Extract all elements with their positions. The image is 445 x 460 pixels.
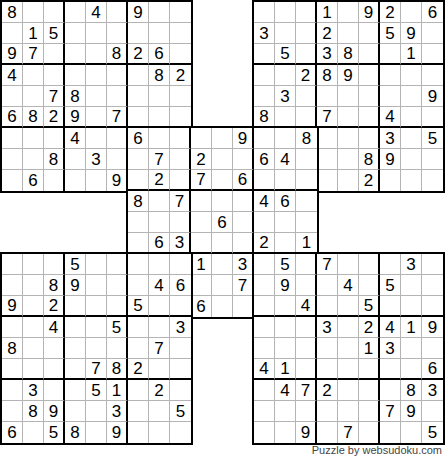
empty-cell [401, 359, 422, 380]
empty-cell [23, 359, 44, 380]
empty-cell [2, 275, 23, 296]
empty-cell [317, 149, 338, 170]
empty-cell [380, 254, 401, 275]
empty-cell [401, 296, 422, 317]
empty-cell [86, 128, 107, 149]
empty-cell [275, 212, 296, 233]
empty-cell [170, 380, 191, 401]
empty-cell [275, 401, 296, 422]
empty-cell [65, 296, 86, 317]
given-cell: 8 [128, 191, 149, 212]
empty-cell [254, 380, 275, 401]
given-cell: 3 [23, 380, 44, 401]
given-cell: 8 [44, 149, 65, 170]
given-cell: 9 [107, 170, 128, 191]
given-cell: 6 [275, 191, 296, 212]
given-cell: 2 [128, 44, 149, 65]
empty-cell [170, 422, 191, 443]
given-cell: 6 [191, 296, 212, 317]
empty-cell [65, 317, 86, 338]
empty-cell [338, 86, 359, 107]
given-cell: 8 [296, 128, 317, 149]
given-cell: 7 [149, 338, 170, 359]
given-cell: 3 [254, 23, 275, 44]
given-cell: 9 [338, 65, 359, 86]
given-cell: 2 [359, 170, 380, 191]
empty-cell [23, 65, 44, 86]
empty-cell [422, 107, 443, 128]
given-cell: 8 [107, 359, 128, 380]
given-cell: 3 [275, 86, 296, 107]
empty-cell [275, 170, 296, 191]
given-cell: 9 [422, 86, 443, 107]
given-cell: 5 [44, 422, 65, 443]
empty-cell [422, 254, 443, 275]
empty-cell [275, 107, 296, 128]
given-cell: 8 [65, 86, 86, 107]
given-cell: 9 [380, 149, 401, 170]
empty-cell [23, 254, 44, 275]
empty-cell [380, 44, 401, 65]
given-cell: 9 [2, 296, 23, 317]
empty-cell [2, 380, 23, 401]
empty-cell [296, 359, 317, 380]
empty-cell [86, 338, 107, 359]
empty-cell [86, 422, 107, 443]
empty-cell [317, 422, 338, 443]
empty-cell [317, 128, 338, 149]
empty-cell [2, 254, 23, 275]
empty-cell [23, 2, 44, 23]
given-cell: 3 [422, 380, 443, 401]
empty-cell [149, 317, 170, 338]
given-cell: 6 [170, 275, 191, 296]
given-cell: 9 [401, 23, 422, 44]
empty-cell [233, 191, 254, 212]
empty-cell [149, 191, 170, 212]
empty-cell [422, 23, 443, 44]
empty-cell [107, 254, 128, 275]
empty-cell [149, 2, 170, 23]
empty-cell [275, 65, 296, 86]
empty-cell [23, 128, 44, 149]
empty-cell [107, 65, 128, 86]
empty-cell [359, 359, 380, 380]
samurai-board: 8491597826482786829746837692192632595381… [0, 0, 445, 445]
given-cell: 8 [23, 107, 44, 128]
empty-cell [86, 296, 107, 317]
given-cell: 5 [44, 23, 65, 44]
empty-cell [44, 170, 65, 191]
empty-cell [65, 170, 86, 191]
empty-cell [191, 191, 212, 212]
empty-cell [275, 2, 296, 23]
empty-cell [170, 44, 191, 65]
empty-cell [296, 338, 317, 359]
empty-cell [380, 86, 401, 107]
given-cell: 3 [380, 128, 401, 149]
empty-cell [233, 296, 254, 317]
empty-cell [149, 86, 170, 107]
empty-cell [380, 170, 401, 191]
given-cell: 3 [170, 317, 191, 338]
empty-cell [401, 65, 422, 86]
empty-cell [359, 275, 380, 296]
empty-cell [254, 86, 275, 107]
given-cell: 7 [86, 359, 107, 380]
empty-cell [296, 107, 317, 128]
given-cell: 6 [149, 44, 170, 65]
empty-cell [296, 191, 317, 212]
empty-cell [2, 170, 23, 191]
empty-cell [128, 170, 149, 191]
empty-cell [44, 44, 65, 65]
empty-cell [254, 338, 275, 359]
empty-cell [149, 296, 170, 317]
given-cell: 1 [191, 254, 212, 275]
given-cell: 4 [275, 149, 296, 170]
empty-cell [338, 380, 359, 401]
empty-cell [2, 23, 23, 44]
given-cell: 9 [233, 128, 254, 149]
empty-cell [422, 275, 443, 296]
empty-cell [359, 86, 380, 107]
empty-cell [170, 359, 191, 380]
given-cell: 9 [359, 2, 380, 23]
given-cell: 5 [422, 128, 443, 149]
empty-cell [149, 254, 170, 275]
empty-cell [107, 296, 128, 317]
given-cell: 3 [86, 149, 107, 170]
empty-cell [359, 44, 380, 65]
empty-cell [23, 86, 44, 107]
empty-cell [317, 401, 338, 422]
given-cell: 3 [317, 44, 338, 65]
given-cell: 7 [233, 275, 254, 296]
empty-cell [86, 107, 107, 128]
empty-cell [338, 317, 359, 338]
given-cell: 6 [422, 359, 443, 380]
empty-cell [275, 23, 296, 44]
empty-cell [296, 254, 317, 275]
given-cell: 7 [380, 401, 401, 422]
empty-cell [338, 2, 359, 23]
empty-cell [212, 296, 233, 317]
empty-cell [44, 2, 65, 23]
empty-cell [170, 23, 191, 44]
empty-cell [128, 212, 149, 233]
empty-cell [317, 275, 338, 296]
empty-cell [422, 296, 443, 317]
empty-cell [128, 254, 149, 275]
empty-cell [401, 107, 422, 128]
empty-cell [2, 359, 23, 380]
given-cell: 6 [233, 170, 254, 191]
empty-cell [317, 86, 338, 107]
empty-cell [149, 359, 170, 380]
empty-cell [338, 128, 359, 149]
given-cell: 7 [317, 107, 338, 128]
empty-cell [44, 128, 65, 149]
empty-cell [296, 401, 317, 422]
empty-cell [212, 191, 233, 212]
empty-cell [422, 338, 443, 359]
empty-cell [296, 212, 317, 233]
empty-cell [65, 149, 86, 170]
empty-cell [44, 254, 65, 275]
empty-cell [380, 380, 401, 401]
given-cell: 1 [296, 233, 317, 254]
given-cell: 6 [128, 128, 149, 149]
given-cell: 6 [212, 212, 233, 233]
given-cell: 5 [422, 422, 443, 443]
empty-cell [107, 275, 128, 296]
empty-cell [128, 233, 149, 254]
empty-cell [65, 23, 86, 44]
empty-cell [65, 65, 86, 86]
given-cell: 9 [65, 107, 86, 128]
given-cell: 8 [338, 44, 359, 65]
given-cell: 1 [359, 338, 380, 359]
given-cell: 4 [254, 191, 275, 212]
given-cell: 9 [275, 275, 296, 296]
given-cell: 7 [149, 149, 170, 170]
empty-cell [191, 275, 212, 296]
empty-cell [380, 65, 401, 86]
empty-cell [170, 338, 191, 359]
empty-cell [128, 317, 149, 338]
empty-cell [233, 233, 254, 254]
empty-cell [86, 254, 107, 275]
given-cell: 4 [380, 107, 401, 128]
given-cell: 6 [2, 107, 23, 128]
given-cell: 9 [128, 2, 149, 23]
empty-cell [149, 128, 170, 149]
empty-cell [401, 128, 422, 149]
empty-cell [296, 23, 317, 44]
given-cell: 5 [380, 275, 401, 296]
empty-cell [338, 170, 359, 191]
given-cell: 9 [401, 401, 422, 422]
empty-cell [44, 359, 65, 380]
empty-cell [65, 338, 86, 359]
empty-cell [128, 65, 149, 86]
empty-cell [23, 317, 44, 338]
given-cell: 4 [380, 317, 401, 338]
given-cell: 8 [317, 65, 338, 86]
given-cell: 4 [149, 275, 170, 296]
given-cell: 5 [359, 296, 380, 317]
empty-cell [275, 317, 296, 338]
given-cell: 7 [107, 107, 128, 128]
empty-cell [422, 401, 443, 422]
empty-cell [212, 149, 233, 170]
given-cell: 2 [44, 296, 65, 317]
empty-cell [422, 65, 443, 86]
empty-cell [107, 128, 128, 149]
empty-cell [338, 149, 359, 170]
given-cell: 2 [317, 380, 338, 401]
given-cell: 3 [317, 317, 338, 338]
empty-cell [128, 380, 149, 401]
given-cell: 3 [380, 338, 401, 359]
empty-cell [275, 422, 296, 443]
empty-cell [23, 275, 44, 296]
empty-cell [254, 44, 275, 65]
empty-cell [254, 317, 275, 338]
empty-cell [86, 23, 107, 44]
empty-cell [212, 170, 233, 191]
empty-cell [128, 107, 149, 128]
given-cell: 8 [254, 107, 275, 128]
empty-cell [338, 23, 359, 44]
empty-cell [128, 149, 149, 170]
empty-cell [170, 128, 191, 149]
empty-cell [296, 275, 317, 296]
empty-cell [212, 254, 233, 275]
empty-cell [2, 128, 23, 149]
given-cell: 7 [296, 380, 317, 401]
empty-cell [65, 44, 86, 65]
given-cell: 3 [233, 254, 254, 275]
empty-cell [2, 149, 23, 170]
empty-cell [2, 401, 23, 422]
empty-cell [380, 296, 401, 317]
empty-cell [149, 212, 170, 233]
empty-cell [65, 359, 86, 380]
puzzle-credit: Puzzle by websudoku.com [312, 444, 442, 456]
empty-cell [296, 44, 317, 65]
given-cell: 4 [254, 359, 275, 380]
empty-cell [338, 338, 359, 359]
given-cell: 7 [170, 191, 191, 212]
empty-cell [401, 149, 422, 170]
given-cell: 5 [380, 23, 401, 44]
given-cell: 2 [296, 65, 317, 86]
given-cell: 2 [128, 359, 149, 380]
empty-cell [65, 2, 86, 23]
empty-cell [422, 44, 443, 65]
given-cell: 6 [254, 149, 275, 170]
given-cell: 5 [65, 254, 86, 275]
empty-cell [254, 128, 275, 149]
empty-cell [296, 149, 317, 170]
empty-cell [44, 338, 65, 359]
empty-cell [86, 44, 107, 65]
board-bottom-left: 5894692545387782351289356589 [0, 252, 193, 445]
empty-cell [128, 275, 149, 296]
empty-cell [359, 23, 380, 44]
empty-cell [233, 212, 254, 233]
given-cell: 2 [317, 23, 338, 44]
empty-cell [401, 338, 422, 359]
empty-cell [86, 401, 107, 422]
empty-cell [191, 233, 212, 254]
given-cell: 8 [2, 2, 23, 23]
empty-cell [170, 2, 191, 23]
empty-cell [338, 296, 359, 317]
empty-cell [170, 212, 191, 233]
empty-cell [86, 86, 107, 107]
empty-cell [254, 65, 275, 86]
empty-cell [296, 317, 317, 338]
given-cell: 4 [2, 65, 23, 86]
given-cell: 3 [170, 233, 191, 254]
given-cell: 2 [149, 170, 170, 191]
given-cell: 1 [401, 317, 422, 338]
empty-cell [401, 422, 422, 443]
empty-cell [23, 338, 44, 359]
given-cell: 4 [296, 296, 317, 317]
empty-cell [254, 2, 275, 23]
given-cell: 1 [23, 23, 44, 44]
empty-cell [170, 296, 191, 317]
given-cell: 8 [149, 65, 170, 86]
given-cell: 2 [44, 107, 65, 128]
empty-cell [317, 170, 338, 191]
empty-cell [254, 422, 275, 443]
given-cell: 8 [44, 275, 65, 296]
empty-cell [359, 254, 380, 275]
empty-cell [86, 65, 107, 86]
empty-cell [23, 422, 44, 443]
empty-cell [359, 380, 380, 401]
empty-cell [65, 401, 86, 422]
given-cell: 5 [170, 401, 191, 422]
given-cell: 9 [107, 422, 128, 443]
empty-cell [275, 128, 296, 149]
given-cell: 7 [44, 86, 65, 107]
given-cell: 5 [107, 317, 128, 338]
empty-cell [254, 254, 275, 275]
given-cell: 7 [338, 422, 359, 443]
given-cell: 5 [275, 44, 296, 65]
given-cell: 1 [275, 359, 296, 380]
given-cell: 6 [149, 233, 170, 254]
given-cell: 2 [254, 233, 275, 254]
empty-cell [170, 86, 191, 107]
empty-cell [338, 107, 359, 128]
empty-cell [107, 86, 128, 107]
given-cell: 6 [23, 170, 44, 191]
given-cell: 9 [296, 422, 317, 443]
empty-cell [170, 170, 191, 191]
given-cell: 6 [422, 2, 443, 23]
empty-cell [338, 254, 359, 275]
empty-cell [317, 338, 338, 359]
empty-cell [170, 149, 191, 170]
empty-cell [359, 65, 380, 86]
given-cell: 9 [44, 401, 65, 422]
empty-cell [401, 86, 422, 107]
given-cell: 7 [317, 254, 338, 275]
board-bottom-right: 5739454532419134164728379975 [252, 252, 445, 445]
empty-cell [212, 275, 233, 296]
given-cell: 4 [65, 128, 86, 149]
given-cell: 5 [86, 380, 107, 401]
empty-cell [275, 338, 296, 359]
empty-cell [86, 170, 107, 191]
empty-cell [191, 128, 212, 149]
given-cell: 9 [422, 317, 443, 338]
empty-cell [128, 401, 149, 422]
given-cell: 2 [359, 317, 380, 338]
empty-cell [422, 149, 443, 170]
given-cell: 9 [65, 275, 86, 296]
empty-cell [149, 23, 170, 44]
given-cell: 3 [401, 254, 422, 275]
given-cell: 3 [107, 401, 128, 422]
